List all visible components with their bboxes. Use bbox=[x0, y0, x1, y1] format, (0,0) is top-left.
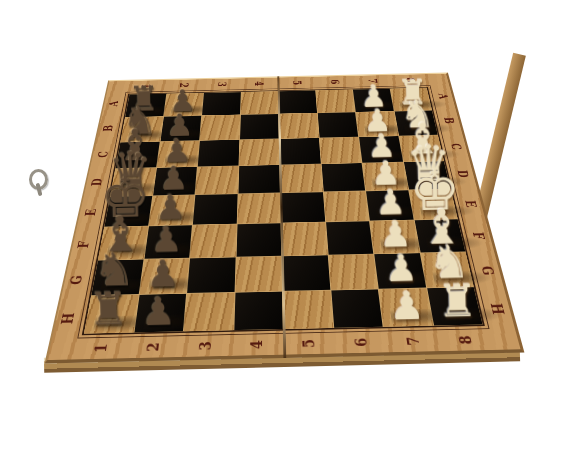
piece-light-pawn-h7[interactable]: ♟ bbox=[390, 287, 426, 325]
piece-light-pawn-g7[interactable]: ♟ bbox=[384, 250, 418, 286]
square-b4[interactable] bbox=[240, 114, 279, 139]
rank-label-3: 3 bbox=[215, 82, 227, 87]
square-h6[interactable] bbox=[331, 289, 383, 328]
square-f4[interactable] bbox=[236, 223, 281, 256]
square-c4[interactable] bbox=[239, 139, 279, 166]
rank-label-6: 6 bbox=[353, 338, 370, 347]
square-d4[interactable] bbox=[238, 165, 280, 194]
file-label-h: H bbox=[60, 312, 78, 324]
frame-corner-bl bbox=[47, 338, 77, 360]
rank-label-8: 8 bbox=[457, 335, 475, 344]
square-g4[interactable] bbox=[235, 256, 282, 292]
file-label-h: H bbox=[488, 303, 506, 315]
square-h2[interactable]: ♟ bbox=[134, 294, 186, 333]
square-c6[interactable] bbox=[319, 137, 361, 164]
square-h5[interactable] bbox=[283, 290, 333, 329]
rank-label-4: 4 bbox=[253, 81, 264, 86]
file-label-b: B bbox=[102, 125, 115, 132]
square-e6[interactable] bbox=[323, 191, 369, 222]
square-e4[interactable] bbox=[237, 193, 280, 224]
file-label-e: E bbox=[84, 209, 99, 217]
square-e3[interactable] bbox=[193, 194, 237, 225]
rank-label-4: 4 bbox=[250, 340, 266, 349]
square-g6[interactable] bbox=[328, 254, 378, 290]
file-label-b: B bbox=[442, 117, 456, 124]
square-a3[interactable] bbox=[202, 92, 240, 115]
rank-label-3: 3 bbox=[197, 341, 213, 350]
file-label-g: G bbox=[479, 266, 496, 276]
piece-dark-pawn-h2[interactable]: ♟ bbox=[141, 292, 177, 330]
square-f5[interactable] bbox=[281, 222, 327, 255]
rank-label-2: 2 bbox=[145, 342, 162, 351]
square-h3[interactable] bbox=[184, 292, 234, 331]
rank-label-5: 5 bbox=[291, 80, 303, 85]
piece-dark-rook-h1[interactable]: ♜ bbox=[88, 288, 129, 331]
rank-label-5: 5 bbox=[302, 339, 318, 348]
clasp-icon bbox=[27, 169, 49, 199]
board-frame: 12345678 ABCDEFGH ♜♟♟♜♞♟♟♞♝♟♟♝♛♟♟♛♚♟♟♚♝♟… bbox=[45, 73, 525, 364]
square-h7[interactable]: ♟ bbox=[379, 288, 433, 327]
file-label-f: F bbox=[470, 232, 486, 240]
chess-set-photo: 12345678 ABCDEFGH ♜♟♟♜♞♟♟♞♝♟♟♝♛♟♟♛♚♟♟♚♝♟… bbox=[0, 0, 562, 449]
square-d3[interactable] bbox=[195, 166, 238, 195]
file-label-a: A bbox=[107, 101, 120, 107]
board-perspective-wrapper: 12345678 ABCDEFGH ♜♟♟♜♞♟♟♞♝♟♟♝♛♟♟♛♚♟♟♚♝♟… bbox=[31, 0, 528, 363]
square-h4[interactable] bbox=[234, 291, 283, 330]
chess-board: 12345678 ABCDEFGH ♜♟♟♜♞♟♟♞♝♟♟♝♛♟♟♛♚♟♟♚♝♟… bbox=[45, 73, 525, 364]
frame-corner-tl bbox=[107, 81, 128, 92]
square-b3[interactable] bbox=[200, 115, 240, 140]
frame-corner-br bbox=[490, 328, 521, 349]
square-g5[interactable] bbox=[282, 255, 330, 291]
frame-corner-tr bbox=[428, 74, 449, 85]
square-c3[interactable] bbox=[198, 140, 239, 167]
square-h8[interactable]: ♜ bbox=[427, 287, 483, 326]
square-a5[interactable] bbox=[278, 90, 316, 113]
square-f6[interactable] bbox=[326, 221, 374, 254]
square-h1[interactable]: ♜ bbox=[84, 295, 138, 334]
file-label-a: A bbox=[436, 94, 449, 100]
rank-label-7: 7 bbox=[405, 336, 422, 345]
square-c5[interactable] bbox=[279, 138, 320, 165]
piece-dark-pawn-g2[interactable]: ♟ bbox=[146, 256, 180, 292]
file-label-g: G bbox=[69, 275, 86, 285]
rank-label-6: 6 bbox=[329, 79, 341, 84]
square-d6[interactable] bbox=[321, 163, 365, 191]
square-f3[interactable] bbox=[190, 224, 236, 257]
square-e5[interactable] bbox=[281, 192, 325, 223]
square-d5[interactable] bbox=[280, 164, 322, 193]
piece-light-rook-h8[interactable]: ♜ bbox=[437, 280, 478, 323]
square-a4[interactable] bbox=[240, 91, 278, 114]
square-b5[interactable] bbox=[279, 113, 319, 138]
square-b6[interactable] bbox=[317, 112, 358, 137]
file-label-e: E bbox=[462, 200, 477, 207]
square-g3[interactable] bbox=[187, 257, 235, 293]
rank-label-1: 1 bbox=[93, 344, 110, 353]
square-a6[interactable] bbox=[316, 90, 355, 113]
file-label-f: F bbox=[76, 241, 92, 249]
